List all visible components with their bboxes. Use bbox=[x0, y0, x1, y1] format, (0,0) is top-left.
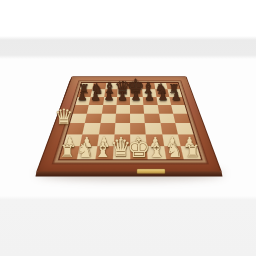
square-c6 bbox=[103, 97, 117, 105]
square-d7 bbox=[117, 89, 130, 96]
square-e7 bbox=[130, 89, 143, 96]
square-c5 bbox=[101, 105, 116, 114]
square-d1 bbox=[113, 146, 131, 159]
square-d8 bbox=[117, 83, 129, 90]
square-h2 bbox=[178, 134, 197, 146]
square-b8 bbox=[92, 83, 105, 90]
square-e3 bbox=[130, 123, 146, 134]
square-b5 bbox=[87, 105, 103, 114]
square-e5 bbox=[130, 105, 144, 114]
square-d6 bbox=[116, 97, 130, 105]
square-f1 bbox=[147, 146, 166, 159]
square-c3 bbox=[98, 123, 115, 134]
square-b6 bbox=[89, 97, 104, 105]
square-b4 bbox=[85, 114, 101, 124]
square-d2 bbox=[113, 134, 130, 146]
square-e8 bbox=[130, 83, 143, 90]
square-h6 bbox=[169, 97, 184, 105]
square-e6 bbox=[130, 97, 144, 105]
square-c8 bbox=[105, 83, 118, 90]
square-e2 bbox=[130, 134, 147, 146]
square-b1 bbox=[77, 146, 97, 159]
square-f7 bbox=[142, 89, 156, 96]
square-f3 bbox=[145, 123, 162, 134]
square-f4 bbox=[144, 114, 160, 124]
square-h5 bbox=[171, 105, 187, 114]
square-h8 bbox=[166, 83, 180, 90]
square-h3 bbox=[175, 123, 193, 134]
square-f2 bbox=[146, 134, 164, 146]
square-e4 bbox=[130, 114, 145, 124]
board-squares-grid bbox=[58, 82, 203, 160]
square-f6 bbox=[143, 97, 157, 105]
square-b2 bbox=[80, 134, 98, 146]
square-e1 bbox=[130, 146, 148, 159]
square-b3 bbox=[83, 123, 100, 134]
square-f5 bbox=[144, 105, 159, 114]
square-b7 bbox=[91, 89, 105, 96]
square-d3 bbox=[114, 123, 130, 134]
square-c2 bbox=[97, 134, 115, 146]
square-f8 bbox=[142, 83, 155, 90]
square-h1 bbox=[180, 146, 201, 159]
square-c1 bbox=[95, 146, 114, 159]
square-d5 bbox=[116, 105, 130, 114]
square-c4 bbox=[100, 114, 116, 124]
square-h7 bbox=[167, 89, 182, 96]
chess-board bbox=[36, 76, 222, 173]
square-h4 bbox=[173, 114, 190, 124]
square-d4 bbox=[115, 114, 130, 124]
square-c7 bbox=[104, 89, 118, 96]
photo-canvas: ♜♞♝♛♚♝♞♜♟♟♟♟♟♟♟♟♟♟♟♟♟♟♟♟♜♞♝♛♚♝♞♜♛ bbox=[0, 0, 256, 256]
